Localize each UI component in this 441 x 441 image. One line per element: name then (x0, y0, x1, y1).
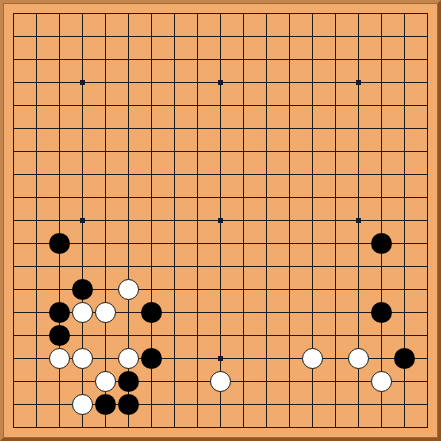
star-point (80, 80, 85, 85)
star-point (356, 218, 361, 223)
white-stone (95, 302, 116, 323)
black-stone (49, 233, 70, 254)
black-stone (141, 302, 162, 323)
white-stone (302, 348, 323, 369)
black-stone (394, 348, 415, 369)
white-stone (72, 348, 93, 369)
star-point (218, 356, 223, 361)
star-point (356, 80, 361, 85)
black-stone (118, 394, 139, 415)
star-point (218, 80, 223, 85)
black-stone (371, 233, 392, 254)
black-stone (371, 302, 392, 323)
black-stone (49, 302, 70, 323)
white-stone (118, 348, 139, 369)
white-stone (371, 371, 392, 392)
star-point (80, 218, 85, 223)
black-stone (49, 325, 70, 346)
white-stone (210, 371, 231, 392)
white-stone (348, 348, 369, 369)
go-board[interactable] (0, 0, 441, 441)
star-point (218, 218, 223, 223)
white-stone (49, 348, 70, 369)
white-stone (72, 302, 93, 323)
white-stone (118, 279, 139, 300)
black-stone (141, 348, 162, 369)
white-stone (72, 394, 93, 415)
white-stone (95, 371, 116, 392)
black-stone (72, 279, 93, 300)
black-stone (118, 371, 139, 392)
black-stone (95, 394, 116, 415)
